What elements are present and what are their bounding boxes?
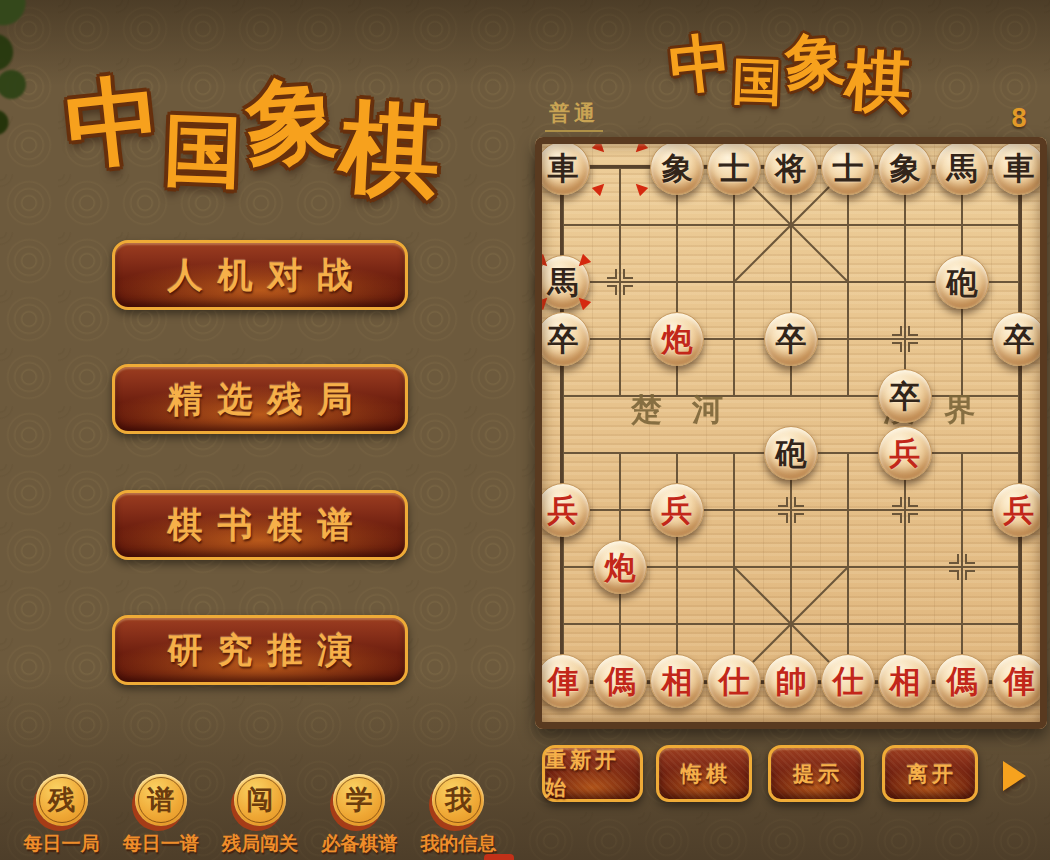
nav-label: 每日一局 (24, 831, 100, 857)
app-logo: 中 国 象 棋 (38, 48, 468, 213)
piece-車[interactable]: 車 (992, 141, 1046, 195)
piece-馬[interactable]: 馬 (935, 141, 989, 195)
game-logo: 中 国 象 棋 (638, 14, 943, 124)
nav-my-info[interactable]: 我 我的信息 (409, 774, 508, 857)
coin-icon: 谱 (135, 774, 187, 826)
piece-傌[interactable]: 傌 (935, 654, 989, 708)
piece-馬[interactable]: 馬 (536, 255, 590, 309)
nav-label: 我的信息 (420, 831, 496, 857)
piece-俥[interactable]: 俥 (992, 654, 1046, 708)
nav-label: 残局闯关 (222, 831, 298, 857)
point-marker (892, 326, 918, 352)
piece-卒[interactable]: 卒 (992, 312, 1046, 366)
piece-兵[interactable]: 兵 (992, 483, 1046, 537)
point-marker (892, 497, 918, 523)
piece-傌[interactable]: 傌 (593, 654, 647, 708)
button-label: 提示 (793, 760, 843, 788)
coin-icon: 闯 (234, 774, 286, 826)
difficulty-label[interactable]: 普通 (545, 99, 603, 132)
logo-char: 中 (61, 70, 165, 174)
point-marker (778, 497, 804, 523)
logo-char: 中 (666, 30, 734, 98)
coin-icon: 残 (36, 774, 88, 826)
logo-char: 国 (731, 56, 783, 108)
button-label: 棋书棋谱 (168, 502, 368, 549)
nav-daily-manual[interactable]: 谱 每日一谱 (111, 774, 210, 857)
point-marker (949, 554, 975, 580)
piece-兵[interactable]: 兵 (878, 426, 932, 480)
piece-仕[interactable]: 仕 (821, 654, 875, 708)
selected-endgames-button[interactable]: 精选残局 (112, 364, 408, 434)
button-label: 重新开始 (545, 746, 644, 802)
piece-炮[interactable]: 炮 (593, 540, 647, 594)
expand-arrow-icon[interactable] (1003, 761, 1026, 791)
button-label: 悔棋 (681, 760, 731, 788)
chess-books-button[interactable]: 棋书棋谱 (112, 490, 408, 560)
logo-char: 象 (242, 71, 340, 169)
point-marker (607, 269, 633, 295)
piece-俥[interactable]: 俥 (536, 654, 590, 708)
coin-icon: 学 (333, 774, 385, 826)
bottom-nav: 残 每日一局 谱 每日一谱 闯 残局闯关 学 必备棋谱 我 我的信息 (12, 774, 508, 857)
leave-button[interactable]: 离开 (882, 745, 978, 802)
nav-daily-game[interactable]: 残 每日一局 (12, 774, 111, 857)
coin-icon: 我 (432, 774, 484, 826)
hint-button[interactable]: 提示 (768, 745, 864, 802)
nav-endgame-challenge[interactable]: 闯 残局闯关 (210, 774, 309, 857)
piece-仕[interactable]: 仕 (707, 654, 761, 708)
human-vs-ai-button[interactable]: 人机对战 (112, 240, 408, 310)
cutoff-decoration (484, 854, 514, 860)
piece-砲[interactable]: 砲 (935, 255, 989, 309)
logo-char: 国 (162, 110, 243, 191)
button-label: 离开 (907, 760, 957, 788)
xiangqi-board[interactable]: 楚河漢界車象士将士象馬車馬砲卒炮卒卒卒砲兵兵兵兵炮俥傌相仕帥仕相傌俥 (535, 137, 1047, 729)
piece-兵[interactable]: 兵 (536, 483, 590, 537)
nav-essential-manuals[interactable]: 学 必备棋谱 (310, 774, 409, 857)
button-label: 研究推演 (168, 627, 368, 674)
button-label: 精选残局 (168, 376, 368, 423)
nav-label: 每日一谱 (123, 831, 199, 857)
undo-button[interactable]: 悔棋 (656, 745, 752, 802)
logo-char: 棋 (337, 96, 442, 201)
piece-象[interactable]: 象 (878, 141, 932, 195)
piece-砲[interactable]: 砲 (764, 426, 818, 480)
piece-卒[interactable]: 卒 (878, 369, 932, 423)
piece-将[interactable]: 将 (764, 141, 818, 195)
piece-炮[interactable]: 炮 (650, 312, 704, 366)
logo-char: 棋 (843, 46, 912, 115)
move-counter: 8 (1004, 103, 1034, 134)
restart-button[interactable]: 重新开始 (542, 745, 643, 802)
app-window: 中 国 象 棋 人机对战 精选残局 棋书棋谱 研究推演 残 每日一局 谱 每日一… (0, 0, 1050, 860)
piece-象[interactable]: 象 (650, 141, 704, 195)
piece-卒[interactable]: 卒 (536, 312, 590, 366)
piece-相[interactable]: 相 (650, 654, 704, 708)
piece-車[interactable]: 車 (536, 141, 590, 195)
logo-char: 象 (783, 30, 847, 94)
research-mode-button[interactable]: 研究推演 (112, 615, 408, 685)
nav-label: 必备棋谱 (321, 831, 397, 857)
piece-士[interactable]: 士 (707, 141, 761, 195)
piece-帥[interactable]: 帥 (764, 654, 818, 708)
piece-卒[interactable]: 卒 (764, 312, 818, 366)
piece-士[interactable]: 士 (821, 141, 875, 195)
piece-相[interactable]: 相 (878, 654, 932, 708)
river-label-left: 楚河 (631, 389, 753, 431)
foliage-decoration (0, 0, 52, 170)
piece-兵[interactable]: 兵 (650, 483, 704, 537)
button-label: 人机对战 (168, 252, 368, 299)
